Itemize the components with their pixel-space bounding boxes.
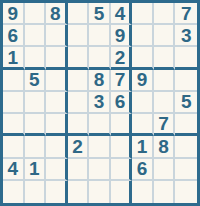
cell-r9c1[interactable]	[3, 181, 25, 203]
cell-r2c3[interactable]	[46, 25, 68, 47]
cell-r4c4[interactable]	[68, 70, 90, 92]
cell-r5c4[interactable]	[68, 92, 90, 114]
cell-r9c8[interactable]	[154, 181, 176, 203]
cell-r6c1[interactable]	[3, 114, 25, 136]
cell-r7c4[interactable]: 2	[68, 136, 90, 158]
cell-r9c4[interactable]	[68, 181, 90, 203]
cell-r1c5[interactable]: 5	[89, 3, 111, 25]
cell-r5c3[interactable]	[46, 92, 68, 114]
cell-r6c2[interactable]	[25, 114, 47, 136]
cell-r9c5[interactable]	[89, 181, 111, 203]
cell-r2c6[interactable]: 9	[111, 25, 133, 47]
cell-r1c3[interactable]: 8	[46, 3, 68, 25]
cell-r6c4[interactable]	[68, 114, 90, 136]
cell-r5c5[interactable]: 3	[89, 92, 111, 114]
cell-r7c1[interactable]	[3, 136, 25, 158]
cell-r5c6[interactable]: 6	[111, 92, 133, 114]
cell-r1c6[interactable]: 4	[111, 3, 133, 25]
cell-r1c8[interactable]	[154, 3, 176, 25]
cell-r1c2[interactable]	[25, 3, 47, 25]
cell-r7c9[interactable]	[175, 136, 197, 158]
cell-r4c6[interactable]: 7	[111, 70, 133, 92]
cell-r2c2[interactable]	[25, 25, 47, 47]
cell-r9c6[interactable]	[111, 181, 133, 203]
cell-r3c6[interactable]: 2	[111, 47, 133, 69]
cell-r8c9[interactable]	[175, 159, 197, 181]
cell-r5c9[interactable]: 5	[175, 92, 197, 114]
cell-r2c1[interactable]: 6	[3, 25, 25, 47]
cell-r1c1[interactable]: 9	[3, 3, 25, 25]
cell-r4c1[interactable]	[3, 70, 25, 92]
cell-r2c9[interactable]: 3	[175, 25, 197, 47]
cell-r4c2[interactable]: 5	[25, 70, 47, 92]
cell-r8c6[interactable]	[111, 159, 133, 181]
cell-r3c3[interactable]	[46, 47, 68, 69]
cell-r3c2[interactable]	[25, 47, 47, 69]
cell-r7c7[interactable]: 1	[132, 136, 154, 158]
cell-r8c1[interactable]: 4	[3, 159, 25, 181]
cell-r5c8[interactable]	[154, 92, 176, 114]
cell-r9c9[interactable]	[175, 181, 197, 203]
cell-r6c5[interactable]	[89, 114, 111, 136]
cell-r6c3[interactable]	[46, 114, 68, 136]
cell-r5c2[interactable]	[25, 92, 47, 114]
cell-r6c6[interactable]	[111, 114, 133, 136]
cell-r8c2[interactable]: 1	[25, 159, 47, 181]
cell-r5c1[interactable]	[3, 92, 25, 114]
cell-r5c7[interactable]	[132, 92, 154, 114]
cell-r4c9[interactable]	[175, 70, 197, 92]
cell-r8c7[interactable]: 6	[132, 159, 154, 181]
cell-r3c7[interactable]	[132, 47, 154, 69]
sudoku-board: 985476931258793657218416	[0, 0, 200, 206]
cell-r7c2[interactable]	[25, 136, 47, 158]
cell-r2c7[interactable]	[132, 25, 154, 47]
cell-r7c5[interactable]	[89, 136, 111, 158]
cell-r7c3[interactable]	[46, 136, 68, 158]
cell-r9c2[interactable]	[25, 181, 47, 203]
cell-r2c5[interactable]	[89, 25, 111, 47]
cell-r6c9[interactable]	[175, 114, 197, 136]
cell-r3c9[interactable]	[175, 47, 197, 69]
cell-r4c8[interactable]	[154, 70, 176, 92]
cell-r3c4[interactable]	[68, 47, 90, 69]
cell-r4c7[interactable]: 9	[132, 70, 154, 92]
cell-r6c7[interactable]	[132, 114, 154, 136]
cell-r6c8[interactable]: 7	[154, 114, 176, 136]
cell-r9c3[interactable]	[46, 181, 68, 203]
cell-r7c8[interactable]: 8	[154, 136, 176, 158]
cell-r3c5[interactable]	[89, 47, 111, 69]
cell-r4c5[interactable]: 8	[89, 70, 111, 92]
cell-r8c8[interactable]	[154, 159, 176, 181]
cell-r3c8[interactable]	[154, 47, 176, 69]
cell-r7c6[interactable]	[111, 136, 133, 158]
cell-r3c1[interactable]: 1	[3, 47, 25, 69]
cell-r4c3[interactable]	[46, 70, 68, 92]
cell-r1c4[interactable]	[68, 3, 90, 25]
cell-r8c4[interactable]	[68, 159, 90, 181]
cell-r9c7[interactable]	[132, 181, 154, 203]
cell-r2c8[interactable]	[154, 25, 176, 47]
cell-r1c7[interactable]	[132, 3, 154, 25]
cell-r8c5[interactable]	[89, 159, 111, 181]
cell-r1c9[interactable]: 7	[175, 3, 197, 25]
cell-r2c4[interactable]	[68, 25, 90, 47]
cell-r8c3[interactable]	[46, 159, 68, 181]
